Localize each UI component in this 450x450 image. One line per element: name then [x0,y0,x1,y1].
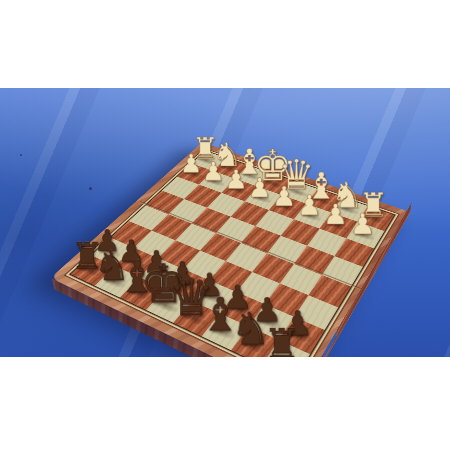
chess-board: ♜♞♝♛♚♝♞♜♟♟♟♟♟♟♟♟♟♟♟♟♟♟♟♟♜♞♝♛♚♝♞♜ [51,142,411,357]
white-pawn-a2[interactable]: ♟ [341,206,383,238]
blue-cloth: ♜♞♝♛♚♝♞♜♟♟♟♟♟♟♟♟♟♟♟♟♟♟♟♟♜♞♝♛♚♝♞♜ [0,88,450,357]
black-rook-a8[interactable]: ♜ [256,319,308,357]
scene: ♜♞♝♛♚♝♞♜♟♟♟♟♟♟♟♟♟♟♟♟♟♟♟♟♜♞♝♛♚♝♞♜ [0,88,450,357]
